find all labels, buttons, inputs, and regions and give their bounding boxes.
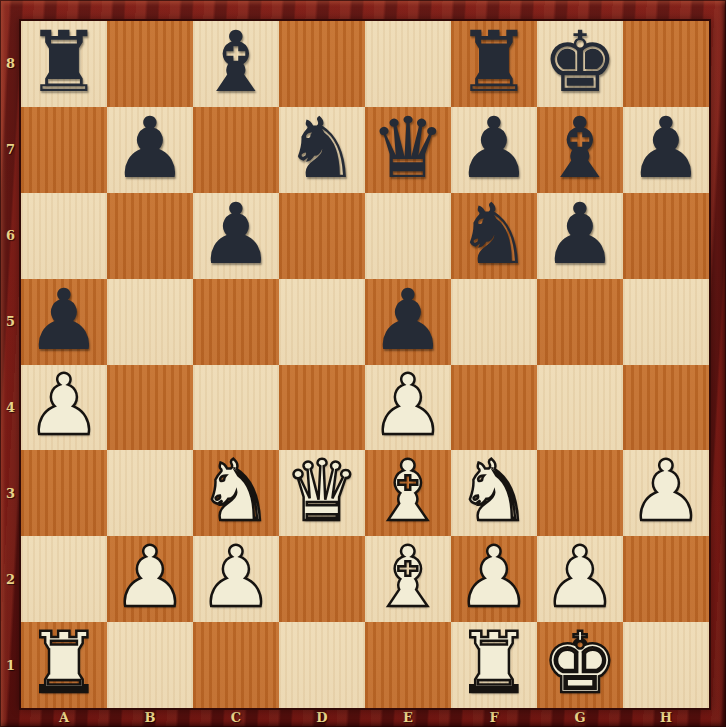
square-d8[interactable] bbox=[279, 21, 365, 107]
white-pawn-f2[interactable]: ♟ bbox=[456, 535, 531, 619]
square-f3[interactable]: ♞ bbox=[451, 450, 537, 536]
square-f5[interactable] bbox=[451, 279, 537, 365]
black-pawn-b7[interactable]: ♟ bbox=[112, 106, 187, 190]
square-c2[interactable]: ♟ bbox=[193, 536, 279, 622]
rank-labels: 87654321 bbox=[0, 21, 21, 708]
square-c7[interactable] bbox=[193, 107, 279, 193]
black-queen-e7[interactable]: ♛ bbox=[370, 106, 445, 190]
square-e2[interactable]: ♝ bbox=[365, 536, 451, 622]
square-c8[interactable]: ♝ bbox=[193, 21, 279, 107]
square-b7[interactable]: ♟ bbox=[107, 107, 193, 193]
square-b6[interactable] bbox=[107, 193, 193, 279]
black-pawn-h7[interactable]: ♟ bbox=[628, 106, 703, 190]
black-knight-f6[interactable]: ♞ bbox=[456, 192, 531, 276]
white-pawn-a4[interactable]: ♟ bbox=[26, 363, 101, 447]
square-b1[interactable] bbox=[107, 622, 193, 708]
rank-label-4: 4 bbox=[0, 365, 21, 451]
white-knight-f3[interactable]: ♞ bbox=[456, 449, 531, 533]
square-f6[interactable]: ♞ bbox=[451, 193, 537, 279]
rank-label-3: 3 bbox=[0, 450, 21, 536]
square-d7[interactable]: ♞ bbox=[279, 107, 365, 193]
white-rook-a1[interactable]: ♜ bbox=[26, 621, 101, 705]
black-bishop-c8[interactable]: ♝ bbox=[198, 20, 273, 104]
square-d6[interactable] bbox=[279, 193, 365, 279]
square-h7[interactable]: ♟ bbox=[623, 107, 709, 193]
square-b5[interactable] bbox=[107, 279, 193, 365]
black-rook-a8[interactable]: ♜ bbox=[26, 20, 101, 104]
chess-board: ♜♝♜♚♟♞♛♟♝♟♟♞♟♟♟♟♟♞♛♝♞♟♟♟♝♟♟♜♜♚ bbox=[21, 21, 709, 708]
rank-label-6: 6 bbox=[0, 193, 21, 279]
square-f8[interactable]: ♜ bbox=[451, 21, 537, 107]
square-d2[interactable] bbox=[279, 536, 365, 622]
square-c3[interactable]: ♞ bbox=[193, 450, 279, 536]
square-e8[interactable] bbox=[365, 21, 451, 107]
square-e7[interactable]: ♛ bbox=[365, 107, 451, 193]
white-rook-f1[interactable]: ♜ bbox=[456, 621, 531, 705]
square-b8[interactable] bbox=[107, 21, 193, 107]
black-pawn-g6[interactable]: ♟ bbox=[542, 192, 617, 276]
square-c4[interactable] bbox=[193, 365, 279, 451]
square-a8[interactable]: ♜ bbox=[21, 21, 107, 107]
square-c1[interactable] bbox=[193, 622, 279, 708]
square-h4[interactable] bbox=[623, 365, 709, 451]
white-pawn-b2[interactable]: ♟ bbox=[112, 535, 187, 619]
black-bishop-g7[interactable]: ♝ bbox=[542, 106, 617, 190]
white-pawn-h3[interactable]: ♟ bbox=[628, 449, 703, 533]
square-a2[interactable] bbox=[21, 536, 107, 622]
black-pawn-c6[interactable]: ♟ bbox=[198, 192, 273, 276]
white-pawn-g2[interactable]: ♟ bbox=[542, 535, 617, 619]
file-label-h: H bbox=[623, 708, 709, 727]
square-a4[interactable]: ♟ bbox=[21, 365, 107, 451]
white-pawn-e4[interactable]: ♟ bbox=[370, 363, 445, 447]
file-label-b: B bbox=[107, 708, 193, 727]
square-a1[interactable]: ♜ bbox=[21, 622, 107, 708]
square-g1[interactable]: ♚ bbox=[537, 622, 623, 708]
square-g4[interactable] bbox=[537, 365, 623, 451]
square-f4[interactable] bbox=[451, 365, 537, 451]
black-king-g8[interactable]: ♚ bbox=[542, 20, 617, 104]
rank-label-1: 1 bbox=[0, 622, 21, 708]
square-c5[interactable] bbox=[193, 279, 279, 365]
square-d5[interactable] bbox=[279, 279, 365, 365]
square-f1[interactable]: ♜ bbox=[451, 622, 537, 708]
square-b2[interactable]: ♟ bbox=[107, 536, 193, 622]
rank-label-7: 7 bbox=[0, 107, 21, 193]
square-g6[interactable]: ♟ bbox=[537, 193, 623, 279]
square-g7[interactable]: ♝ bbox=[537, 107, 623, 193]
square-f2[interactable]: ♟ bbox=[451, 536, 537, 622]
square-g3[interactable] bbox=[537, 450, 623, 536]
square-b3[interactable] bbox=[107, 450, 193, 536]
square-a5[interactable]: ♟ bbox=[21, 279, 107, 365]
file-label-e: E bbox=[365, 708, 451, 727]
white-pawn-c2[interactable]: ♟ bbox=[198, 535, 273, 619]
square-e3[interactable]: ♝ bbox=[365, 450, 451, 536]
square-d4[interactable] bbox=[279, 365, 365, 451]
square-e1[interactable] bbox=[365, 622, 451, 708]
square-h3[interactable]: ♟ bbox=[623, 450, 709, 536]
black-pawn-a5[interactable]: ♟ bbox=[26, 278, 101, 362]
square-h2[interactable] bbox=[623, 536, 709, 622]
square-b4[interactable] bbox=[107, 365, 193, 451]
board-frame: 87654321 ABCDEFGH ♜♝♜♚♟♞♛♟♝♟♟♞♟♟♟♟♟♞♛♝♞♟… bbox=[0, 0, 726, 727]
black-knight-d7[interactable]: ♞ bbox=[284, 106, 359, 190]
square-a6[interactable] bbox=[21, 193, 107, 279]
square-h1[interactable] bbox=[623, 622, 709, 708]
black-pawn-f7[interactable]: ♟ bbox=[456, 106, 531, 190]
white-bishop-e3[interactable]: ♝ bbox=[370, 449, 445, 533]
square-e5[interactable]: ♟ bbox=[365, 279, 451, 365]
square-a7[interactable] bbox=[21, 107, 107, 193]
white-knight-c3[interactable]: ♞ bbox=[198, 449, 273, 533]
square-h5[interactable] bbox=[623, 279, 709, 365]
square-g5[interactable] bbox=[537, 279, 623, 365]
square-g2[interactable]: ♟ bbox=[537, 536, 623, 622]
file-label-c: C bbox=[193, 708, 279, 727]
file-label-d: D bbox=[279, 708, 365, 727]
rank-label-8: 8 bbox=[0, 21, 21, 107]
square-g8[interactable]: ♚ bbox=[537, 21, 623, 107]
rank-label-5: 5 bbox=[0, 279, 21, 365]
square-e6[interactable] bbox=[365, 193, 451, 279]
black-rook-f8[interactable]: ♜ bbox=[456, 20, 531, 104]
square-h6[interactable] bbox=[623, 193, 709, 279]
square-d1[interactable] bbox=[279, 622, 365, 708]
square-c6[interactable]: ♟ bbox=[193, 193, 279, 279]
white-queen-d3[interactable]: ♛ bbox=[284, 449, 359, 533]
white-bishop-e2[interactable]: ♝ bbox=[370, 535, 445, 619]
square-a3[interactable] bbox=[21, 450, 107, 536]
white-king-g1[interactable]: ♚ bbox=[542, 621, 617, 705]
rank-label-2: 2 bbox=[0, 536, 21, 622]
square-d3[interactable]: ♛ bbox=[279, 450, 365, 536]
square-h8[interactable] bbox=[623, 21, 709, 107]
square-e4[interactable]: ♟ bbox=[365, 365, 451, 451]
black-pawn-e5[interactable]: ♟ bbox=[370, 278, 445, 362]
square-f7[interactable]: ♟ bbox=[451, 107, 537, 193]
